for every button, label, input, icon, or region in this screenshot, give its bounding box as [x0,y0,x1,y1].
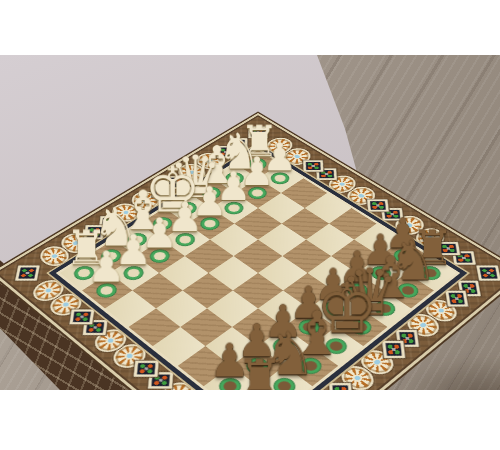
diamond-inlay-tile [476,265,500,280]
product-photo-frame: ♜♞♝♛♚♝♞♜♟♟♟♟♟♟♟♟♟♟♟♟♟♟♟♟♜♞♝♛♚♝♞♜ [0,0,500,450]
black-rook-h8[interactable]: ♜ [230,386,285,390]
flower-medallion-tile [28,276,70,306]
diamond-inlay-tile [15,265,40,280]
diamond-inlay-tile [153,184,173,197]
flower-medallion-tile [108,339,152,372]
diamond-inlay-tile [83,225,104,239]
photo: ♜♞♝♛♚♝♞♜♟♟♟♟♟♟♟♟♟♟♟♟♟♟♟♟♜♞♝♛♚♝♞♜ [0,55,500,390]
diamond-inlay-tile [217,146,235,158]
diamond-inlay-tile [367,200,389,212]
diamond-inlay-tile [148,372,173,389]
piece-glyph: ♜ [236,352,275,390]
piece-glyph: ♟ [87,246,122,289]
diamond-inlay-tile [248,126,267,138]
flower-medallion-tile [45,289,88,319]
diamond-inlay-tile [303,160,324,171]
diamond-inlay-tile [437,242,461,255]
